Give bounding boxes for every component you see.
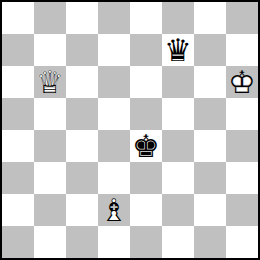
square-a1[interactable] [2, 226, 34, 258]
square-a3[interactable] [2, 162, 34, 194]
square-h3[interactable] [226, 162, 258, 194]
square-a2[interactable] [2, 194, 34, 226]
square-b3[interactable] [34, 162, 66, 194]
square-a7[interactable] [2, 34, 34, 66]
square-d8[interactable] [98, 2, 130, 34]
square-d2[interactable]: ♝♗ [98, 194, 130, 226]
square-e7[interactable] [130, 34, 162, 66]
square-b6[interactable]: ♛♕ [34, 66, 66, 98]
square-g8[interactable] [194, 2, 226, 34]
square-c6[interactable] [66, 66, 98, 98]
square-a5[interactable] [2, 98, 34, 130]
white-king-outline: ♔ [226, 66, 258, 98]
square-c3[interactable] [66, 162, 98, 194]
square-g3[interactable] [194, 162, 226, 194]
square-h8[interactable] [226, 2, 258, 34]
square-d1[interactable] [98, 226, 130, 258]
square-f6[interactable] [162, 66, 194, 98]
square-g1[interactable] [194, 226, 226, 258]
square-f8[interactable] [162, 2, 194, 34]
square-f7[interactable]: ♛ [162, 34, 194, 66]
square-e6[interactable] [130, 66, 162, 98]
square-f2[interactable] [162, 194, 194, 226]
square-c5[interactable] [66, 98, 98, 130]
square-d5[interactable] [98, 98, 130, 130]
square-e2[interactable] [130, 194, 162, 226]
square-d4[interactable] [98, 130, 130, 162]
square-c1[interactable] [66, 226, 98, 258]
square-f1[interactable] [162, 226, 194, 258]
square-b2[interactable] [34, 194, 66, 226]
square-b4[interactable] [34, 130, 66, 162]
square-h1[interactable] [226, 226, 258, 258]
square-c7[interactable] [66, 34, 98, 66]
square-b5[interactable] [34, 98, 66, 130]
square-b8[interactable] [34, 2, 66, 34]
square-d6[interactable] [98, 66, 130, 98]
black-queen-glyph: ♛ [162, 34, 194, 66]
square-g2[interactable] [194, 194, 226, 226]
square-g4[interactable] [194, 130, 226, 162]
square-h6[interactable]: ♚♔ [226, 66, 258, 98]
white-bishop[interactable]: ♝♗ [98, 194, 130, 226]
white-queen[interactable]: ♛♕ [34, 66, 66, 98]
black-queen[interactable]: ♛ [162, 34, 194, 66]
white-king[interactable]: ♚♔ [226, 66, 258, 98]
square-f5[interactable] [162, 98, 194, 130]
square-h5[interactable] [226, 98, 258, 130]
chess-board: ♛♛♕♚♔♚♝♗ [0, 0, 260, 260]
square-c2[interactable] [66, 194, 98, 226]
square-a4[interactable] [2, 130, 34, 162]
square-c8[interactable] [66, 2, 98, 34]
square-h7[interactable] [226, 34, 258, 66]
square-g7[interactable] [194, 34, 226, 66]
square-a6[interactable] [2, 66, 34, 98]
square-h2[interactable] [226, 194, 258, 226]
square-e1[interactable] [130, 226, 162, 258]
black-king[interactable]: ♚ [130, 130, 162, 162]
white-bishop-outline: ♗ [98, 194, 130, 226]
square-f3[interactable] [162, 162, 194, 194]
square-a8[interactable] [2, 2, 34, 34]
square-e4[interactable]: ♚ [130, 130, 162, 162]
square-d3[interactable] [98, 162, 130, 194]
square-e3[interactable] [130, 162, 162, 194]
black-king-glyph: ♚ [130, 130, 162, 162]
square-c4[interactable] [66, 130, 98, 162]
square-g5[interactable] [194, 98, 226, 130]
white-queen-outline: ♕ [34, 66, 66, 98]
square-b1[interactable] [34, 226, 66, 258]
square-f4[interactable] [162, 130, 194, 162]
square-d7[interactable] [98, 34, 130, 66]
square-b7[interactable] [34, 34, 66, 66]
square-e5[interactable] [130, 98, 162, 130]
square-g6[interactable] [194, 66, 226, 98]
square-h4[interactable] [226, 130, 258, 162]
square-e8[interactable] [130, 2, 162, 34]
